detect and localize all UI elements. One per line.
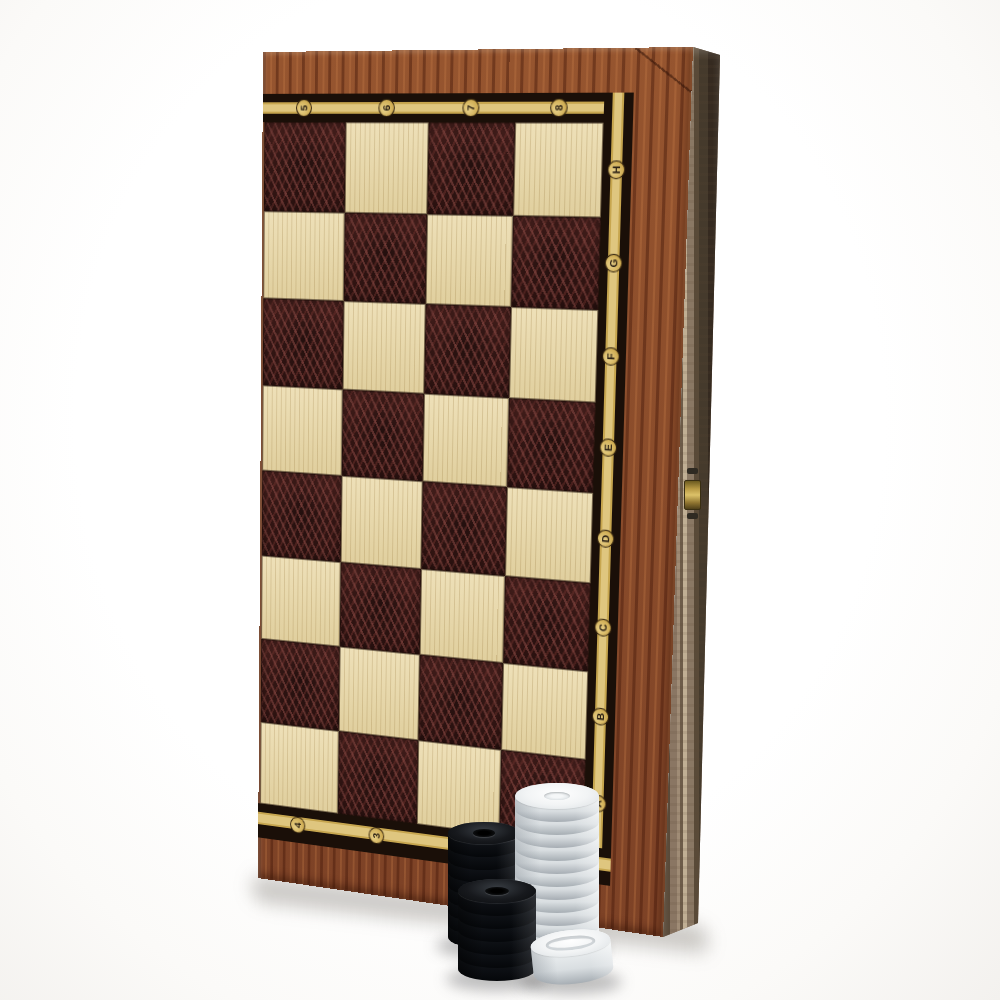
square-D7[interactable]	[421, 481, 506, 575]
square-B6[interactable]	[338, 647, 419, 740]
coordinate-strip-top	[263, 93, 634, 123]
square-E7[interactable]	[423, 393, 509, 487]
square-A5[interactable]	[260, 722, 338, 814]
checker-center-hole	[473, 829, 495, 836]
square-B5[interactable]	[261, 639, 340, 731]
coord-label-right-H: H	[607, 160, 625, 179]
square-H6[interactable]	[344, 122, 428, 213]
square-C7[interactable]	[420, 568, 505, 662]
square-C5[interactable]	[261, 555, 340, 647]
chessboard-face: 5678HGFEDCBA4321	[258, 47, 693, 937]
checker-groove-ring	[545, 933, 596, 953]
square-E8[interactable]	[507, 398, 596, 493]
square-E6[interactable]	[341, 389, 424, 481]
coord-label-top-7: 7	[463, 98, 480, 116]
checker-center-hole	[485, 887, 508, 895]
square-A7[interactable]	[417, 740, 501, 835]
square-G8[interactable]	[511, 215, 601, 310]
square-G6[interactable]	[343, 212, 427, 304]
square-F8[interactable]	[509, 307, 599, 402]
square-C6[interactable]	[339, 562, 421, 655]
coord-label-top-8: 8	[550, 98, 568, 117]
square-H5[interactable]	[264, 122, 345, 212]
square-H7[interactable]	[427, 122, 515, 215]
square-F7[interactable]	[424, 304, 510, 398]
square-G7[interactable]	[426, 214, 513, 307]
white-tall-stack-top	[515, 783, 599, 809]
square-B7[interactable]	[418, 655, 502, 750]
hinge-screw	[687, 513, 698, 519]
product-photo: 5678HGFEDCBA4321	[0, 0, 1000, 1000]
square-C8[interactable]	[503, 575, 591, 671]
hinge-screw	[687, 468, 698, 474]
checker-center-hole	[544, 792, 569, 801]
square-B8[interactable]	[501, 663, 588, 759]
square-F5[interactable]	[263, 298, 343, 389]
square-F6[interactable]	[342, 301, 425, 393]
square-E5[interactable]	[262, 385, 342, 476]
coord-label-top-6: 6	[378, 98, 395, 116]
square-D5[interactable]	[262, 470, 342, 561]
coord-label-right-F: F	[602, 347, 620, 366]
brass-hinge-icon	[684, 480, 701, 510]
square-H8[interactable]	[513, 123, 604, 217]
white-front-piece[interactable]	[529, 926, 614, 988]
coord-label-top-5: 5	[296, 98, 312, 116]
square-G5[interactable]	[263, 211, 344, 301]
square-D6[interactable]	[340, 476, 422, 569]
frame-miter-seam	[634, 47, 693, 93]
chessboard-grid	[260, 122, 603, 846]
black-front-stack-top	[458, 879, 536, 903]
black-rear-stack-top	[448, 822, 520, 844]
square-A6[interactable]	[337, 731, 418, 824]
black-front-stack[interactable]	[458, 879, 536, 981]
square-D8[interactable]	[505, 487, 594, 583]
